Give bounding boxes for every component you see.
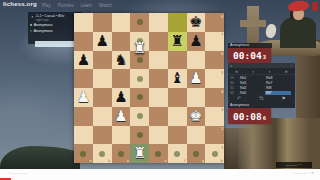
- black-pawn[interactable]: ♟: [77, 51, 90, 70]
- white-move[interactable]: Rd2: [239, 86, 265, 90]
- red-backdrop: [312, 2, 318, 11]
- more-options-icon[interactable]: ⋯: [290, 64, 294, 68]
- black-pawn[interactable]: ♟: [114, 88, 127, 107]
- black-move[interactable]: Re8: [265, 76, 291, 80]
- video-progress-bar[interactable]: [0, 178, 11, 180]
- square-b3[interactable]: [93, 107, 112, 126]
- square-f7[interactable]: ♜: [168, 32, 187, 51]
- chess-board[interactable]: ♚8♟♜♟7♟♞6♝♟5♟♟4♟♚32abcd♜efgh1♜: [74, 13, 224, 163]
- white-clock-tenths: 6: [263, 115, 266, 121]
- square-d5[interactable]: [130, 69, 149, 88]
- square-g1[interactable]: g: [187, 144, 206, 163]
- next-move-button[interactable]: ›: [269, 69, 271, 74]
- rank-coord: 6: [221, 51, 223, 56]
- page-strip: · — — — — · · — — — ·· ✕: [0, 169, 320, 180]
- menu-item[interactable]: Play: [42, 3, 51, 8]
- square-a6[interactable]: ♟: [74, 51, 93, 70]
- square-g8[interactable]: ♚: [187, 13, 206, 32]
- white-king[interactable]: ♚: [189, 107, 202, 126]
- square-e1[interactable]: e: [149, 144, 168, 163]
- square-g3[interactable]: ♚: [187, 107, 206, 126]
- square-h1[interactable]: h1: [205, 144, 224, 163]
- move-dest-dot[interactable]: [137, 132, 143, 138]
- page-footer-left: · — — — — ·: [8, 171, 29, 175]
- white-pawn[interactable]: ♟: [189, 69, 202, 88]
- white-player-row[interactable]: ●Anonymous: [30, 23, 80, 28]
- black-player-name[interactable]: Anonymous: [34, 29, 53, 33]
- top-menu: PlayPuzzlesLearnWatch: [42, 3, 119, 8]
- rank-coord: 1: [221, 145, 223, 150]
- rank-coord: 5: [221, 70, 223, 75]
- streamer-facecam: [262, 0, 320, 48]
- move-dest-dot[interactable]: [99, 151, 105, 157]
- square-c2[interactable]: [112, 126, 131, 145]
- streamer-body: [280, 17, 316, 48]
- white-clock: 00:08 6: [228, 108, 271, 124]
- square-e6[interactable]: [149, 51, 168, 70]
- square-b8[interactable]: [93, 13, 112, 32]
- video-watermark: — — — ····: [276, 162, 312, 168]
- square-g4[interactable]: [187, 88, 206, 107]
- file-coord: g: [202, 158, 204, 163]
- square-h5[interactable]: 5: [205, 69, 224, 88]
- square-d4[interactable]: [130, 88, 149, 107]
- square-c6[interactable]: ♞: [112, 51, 131, 70]
- black-player-row[interactable]: ○Anonymous: [30, 29, 80, 34]
- black-knight[interactable]: ♞: [114, 51, 127, 70]
- square-a3[interactable]: [74, 107, 93, 126]
- square-c7[interactable]: [112, 32, 131, 51]
- video-frame: lichess.org PlayPuzzlesLearnWatch ◔ 2+1 …: [0, 0, 320, 169]
- rank-coord: 8: [221, 14, 223, 19]
- move-number: 31: [230, 86, 239, 90]
- move-row: 29Rb1Re8: [230, 75, 293, 80]
- move-row: 30Rd1Re7: [230, 80, 293, 85]
- file-coord: h: [221, 158, 223, 163]
- square-a5[interactable]: [74, 69, 93, 88]
- prev-move-button[interactable]: ‹: [253, 69, 255, 74]
- square-h4[interactable]: 4: [205, 88, 224, 107]
- move-number: 32: [230, 91, 239, 95]
- game-time-ago: right now: [36, 18, 65, 22]
- black-clock-tenths: 3: [263, 54, 266, 60]
- move-dest-dot[interactable]: [155, 151, 161, 157]
- dragged-white-rook[interactable]: ♜: [130, 39, 149, 58]
- square-a2[interactable]: [74, 126, 93, 145]
- red-beret: [287, 0, 309, 12]
- white-move[interactable]: Rd1: [239, 91, 265, 95]
- move-rows: 29Rb1Re830Rd1Re731Rd2Rf832Rd1Rf7: [228, 75, 295, 95]
- square-g5[interactable]: ♟: [187, 69, 206, 88]
- square-g7[interactable]: ♟: [187, 32, 206, 51]
- resign-icon[interactable]: ⚑: [282, 96, 286, 101]
- black-move[interactable]: Rf8: [265, 86, 291, 90]
- square-b2[interactable]: [93, 126, 112, 145]
- square-c1[interactable]: c: [112, 144, 131, 163]
- white-pawn[interactable]: ♟: [77, 88, 90, 107]
- clock-icon: ◔: [30, 14, 34, 22]
- square-h2[interactable]: 2: [205, 126, 224, 145]
- square-c4[interactable]: ♟: [112, 88, 131, 107]
- white-move[interactable]: Rb1: [239, 76, 265, 80]
- square-d2[interactable]: [130, 126, 149, 145]
- move-row: 31Rd2Rf8: [230, 85, 293, 90]
- square-a1[interactable]: a: [74, 144, 93, 163]
- square-d1[interactable]: d♜: [130, 144, 149, 163]
- rank-coord: 3: [221, 107, 223, 112]
- move-dest-dot[interactable]: [193, 151, 199, 157]
- white-move[interactable]: Rd1: [239, 81, 265, 85]
- move-dest-dot[interactable]: [212, 151, 218, 157]
- black-pawn[interactable]: ♟: [95, 32, 108, 51]
- file-coord: e: [165, 158, 167, 163]
- black-color-icon: ○: [30, 29, 32, 33]
- lichess-logo[interactable]: lichess.org: [3, 1, 37, 7]
- square-a4[interactable]: ♟: [74, 88, 93, 107]
- black-move[interactable]: Rf7: [265, 91, 291, 95]
- move-dest-dot[interactable]: [137, 57, 143, 63]
- menu-icon[interactable]: ≡: [230, 64, 232, 68]
- square-f2[interactable]: [168, 126, 187, 145]
- square-e2[interactable]: [149, 126, 168, 145]
- move-dest-dot[interactable]: [137, 113, 143, 119]
- square-b5[interactable]: [93, 69, 112, 88]
- file-coord: f: [184, 158, 185, 163]
- black-move[interactable]: Re7: [265, 81, 291, 85]
- menu-item[interactable]: Learn: [81, 3, 93, 8]
- rank-coord: 2: [221, 126, 223, 131]
- draw-offer-icon[interactable]: ½: [259, 96, 263, 101]
- move-dest-dot[interactable]: [174, 151, 180, 157]
- square-f6[interactable]: [168, 51, 187, 70]
- square-f1[interactable]: f: [168, 144, 187, 163]
- square-d8[interactable]: [130, 13, 149, 32]
- black-bishop[interactable]: ♝: [170, 69, 183, 88]
- square-d3[interactable]: [130, 107, 149, 126]
- square-a7[interactable]: [74, 32, 93, 51]
- square-b7[interactable]: ♟: [93, 32, 112, 51]
- move-number: 29: [230, 76, 239, 80]
- square-b4[interactable]: [93, 88, 112, 107]
- takeback-icon[interactable]: ↶: [237, 96, 241, 101]
- file-coord: a: [90, 158, 92, 163]
- square-a8[interactable]: [74, 13, 93, 32]
- move-dest-dot[interactable]: [80, 151, 86, 157]
- square-c3[interactable]: ♟: [112, 107, 131, 126]
- square-f8[interactable]: [168, 13, 187, 32]
- file-coord: d: [146, 158, 148, 163]
- move-list-panel: ≡ ⋯ « ‹ › » 29Rb1Re830Rd1Re731Rd2Rf832Rd…: [228, 63, 295, 102]
- square-e7[interactable]: [149, 32, 168, 51]
- black-king[interactable]: ♚: [189, 13, 202, 32]
- square-c5[interactable]: [112, 69, 131, 88]
- square-h7[interactable]: 7: [205, 32, 224, 51]
- last-move-button[interactable]: »: [285, 69, 288, 74]
- move-number: 30: [230, 81, 239, 85]
- menu-item[interactable]: Watch: [99, 3, 112, 8]
- rank-coord: 7: [221, 32, 223, 37]
- file-coord: c: [127, 158, 129, 163]
- move-dest-dot[interactable]: [137, 94, 143, 100]
- notification-box: [35, 41, 74, 47]
- background-hills: [0, 146, 80, 169]
- page-footer-right[interactable]: · — — — ·· ✕: [292, 171, 314, 175]
- streamer-hand: [265, 23, 278, 39]
- first-move-button[interactable]: «: [235, 69, 238, 74]
- square-h8[interactable]: 8: [205, 13, 224, 32]
- rank-coord: 4: [221, 89, 223, 94]
- square-h3[interactable]: 3: [205, 107, 224, 126]
- square-g2[interactable]: [187, 126, 206, 145]
- white-player-name[interactable]: Anonymous: [34, 23, 53, 27]
- square-b6[interactable]: [93, 51, 112, 70]
- square-f3[interactable]: [168, 107, 187, 126]
- square-e5[interactable]: [149, 69, 168, 88]
- game-actions: ↶ ½ ⚑: [228, 95, 295, 102]
- white-rook[interactable]: ♜: [133, 144, 146, 163]
- move-dest-dot[interactable]: [137, 76, 143, 82]
- file-coord: b: [108, 158, 110, 163]
- move-dest-dot[interactable]: [118, 151, 124, 157]
- menu-item[interactable]: Puzzles: [58, 3, 74, 8]
- square-b1[interactable]: b: [93, 144, 112, 163]
- square-e3[interactable]: [149, 107, 168, 126]
- white-clock-time: 00:08: [233, 111, 262, 122]
- square-e4[interactable]: [149, 88, 168, 107]
- square-e8[interactable]: [149, 13, 168, 32]
- square-f4[interactable]: [168, 88, 187, 107]
- square-g6[interactable]: [187, 51, 206, 70]
- black-clock: 00:04 3: [228, 48, 271, 63]
- black-rook[interactable]: ♜: [170, 32, 183, 51]
- black-pawn[interactable]: ♟: [189, 32, 202, 51]
- white-pawn[interactable]: ♟: [114, 107, 127, 126]
- move-row: 32Rd1Rf7: [230, 90, 293, 95]
- square-c8[interactable]: [112, 13, 131, 32]
- black-clock-time: 00:04: [233, 50, 262, 61]
- white-color-icon: ●: [30, 23, 32, 27]
- move-dest-dot[interactable]: [137, 19, 143, 25]
- square-f5[interactable]: ♝: [168, 69, 187, 88]
- square-h6[interactable]: 6: [205, 51, 224, 70]
- replay-nav: « ‹ › »: [228, 68, 295, 75]
